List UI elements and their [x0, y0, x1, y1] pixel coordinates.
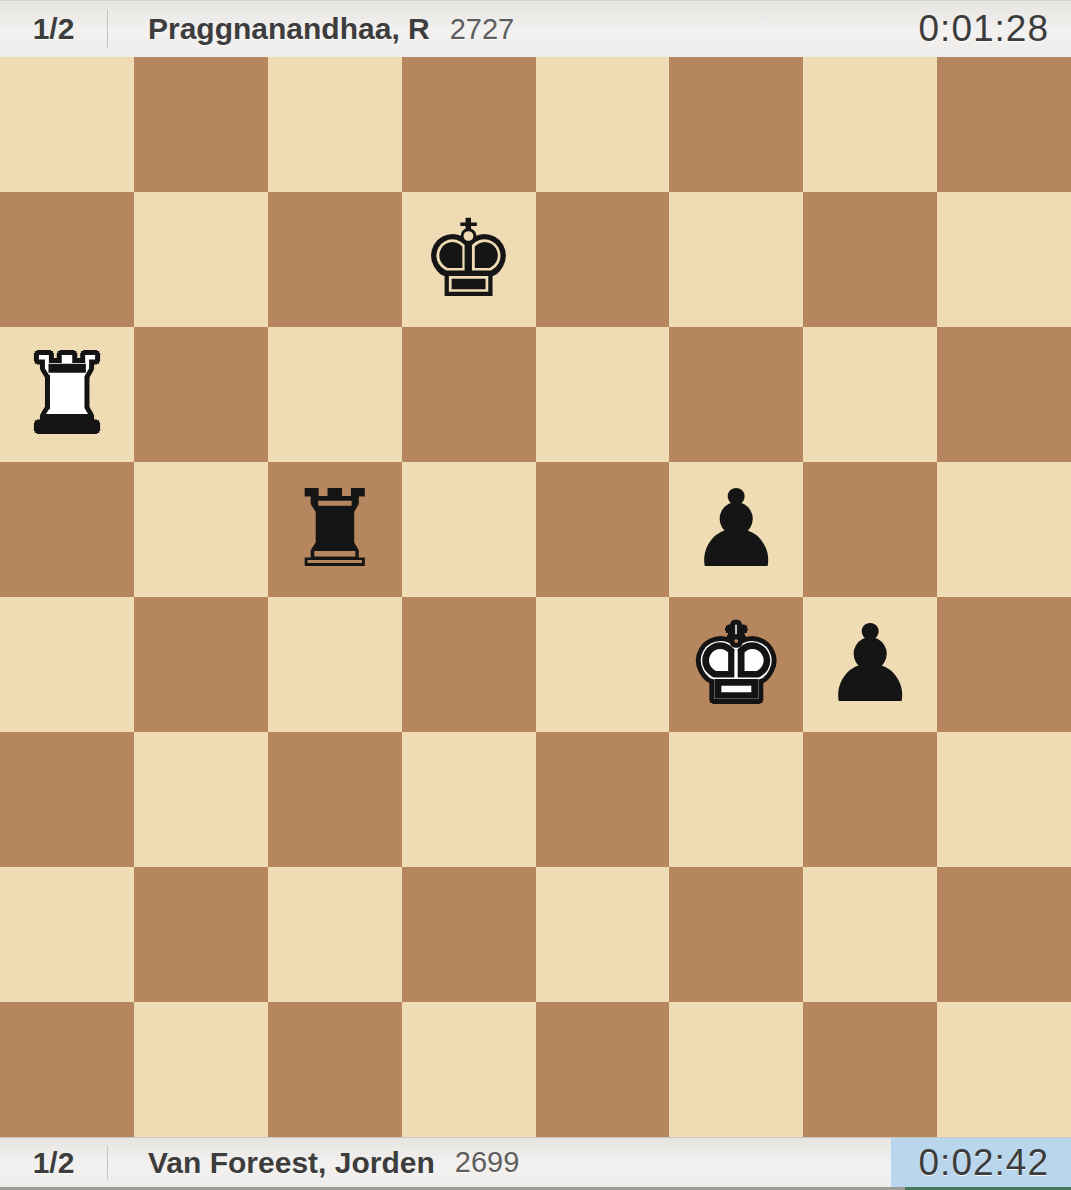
square-d5[interactable] [402, 462, 536, 597]
square-e1[interactable] [536, 1002, 670, 1137]
square-g2[interactable] [803, 867, 937, 1002]
bottom-player-rating: 2699 [455, 1146, 520, 1179]
top-player-bar: 1/2 Praggnanandhaa, R 2727 0:01:28 [0, 0, 1071, 57]
square-d6[interactable] [402, 327, 536, 462]
square-h2[interactable] [937, 867, 1071, 1002]
square-g3[interactable] [803, 732, 937, 867]
square-a3[interactable] [0, 732, 134, 867]
square-h1[interactable] [937, 1002, 1071, 1137]
square-h5[interactable] [937, 462, 1071, 597]
piece-black-pawn[interactable]: ♟ [688, 476, 784, 583]
square-e8[interactable] [536, 57, 670, 192]
square-g6[interactable] [803, 327, 937, 462]
square-e4[interactable] [536, 597, 670, 732]
square-a8[interactable] [0, 57, 134, 192]
square-f4[interactable]: ♚ [669, 597, 803, 732]
square-g4[interactable]: ♟ [803, 597, 937, 732]
piece-black-rook[interactable]: ♜ [287, 476, 383, 583]
square-e7[interactable] [536, 192, 670, 327]
piece-white-rook[interactable]: ♜ [19, 341, 115, 448]
top-bar-separator [107, 10, 108, 48]
square-b6[interactable] [134, 327, 268, 462]
square-c7[interactable] [268, 192, 402, 327]
bottom-bar-separator [107, 1146, 108, 1179]
square-g8[interactable] [803, 57, 937, 192]
top-player-clock: 0:01:28 [891, 1, 1071, 57]
piece-black-king[interactable]: ♚ [421, 206, 517, 313]
square-f3[interactable] [669, 732, 803, 867]
square-d2[interactable] [402, 867, 536, 1002]
square-f6[interactable] [669, 327, 803, 462]
square-d7[interactable]: ♚ [402, 192, 536, 327]
square-b4[interactable] [134, 597, 268, 732]
piece-white-king[interactable]: ♚ [688, 611, 784, 718]
square-h4[interactable] [937, 597, 1071, 732]
bottom-player-name: Van Foreest, Jorden [148, 1146, 435, 1180]
square-d8[interactable] [402, 57, 536, 192]
square-e6[interactable] [536, 327, 670, 462]
bottom-player-clock: 0:02:42 [891, 1138, 1071, 1187]
top-player-score: 1/2 [0, 1, 107, 57]
square-h3[interactable] [937, 732, 1071, 867]
square-c8[interactable] [268, 57, 402, 192]
square-b5[interactable] [134, 462, 268, 597]
square-f5[interactable]: ♟ [669, 462, 803, 597]
square-c2[interactable] [268, 867, 402, 1002]
square-e5[interactable] [536, 462, 670, 597]
square-b2[interactable] [134, 867, 268, 1002]
square-d3[interactable] [402, 732, 536, 867]
square-d1[interactable] [402, 1002, 536, 1137]
square-e2[interactable] [536, 867, 670, 1002]
bottom-player-score: 1/2 [0, 1138, 107, 1187]
square-d4[interactable] [402, 597, 536, 732]
square-a5[interactable] [0, 462, 134, 597]
square-b7[interactable] [134, 192, 268, 327]
square-g1[interactable] [803, 1002, 937, 1137]
square-a7[interactable] [0, 192, 134, 327]
square-c5[interactable]: ♜ [268, 462, 402, 597]
bottom-bar-spacer [519, 1138, 890, 1187]
chess-game-app: 1/2 Praggnanandhaa, R 2727 0:01:28 ♚♜♜♟♚… [0, 0, 1071, 1190]
top-bar-spacer [514, 1, 890, 57]
square-a2[interactable] [0, 867, 134, 1002]
square-e3[interactable] [536, 732, 670, 867]
square-h8[interactable] [937, 57, 1071, 192]
chess-board: ♚♜♜♟♚♟ [0, 57, 1071, 1137]
top-player-name: Praggnanandhaa, R [148, 12, 430, 46]
square-c4[interactable] [268, 597, 402, 732]
square-b1[interactable] [134, 1002, 268, 1137]
square-g5[interactable] [803, 462, 937, 597]
square-a1[interactable] [0, 1002, 134, 1137]
square-f7[interactable] [669, 192, 803, 327]
square-a6[interactable]: ♜ [0, 327, 134, 462]
bottom-player-bar: 1/2 Van Foreest, Jorden 2699 0:02:42 [0, 1137, 1071, 1187]
square-h7[interactable] [937, 192, 1071, 327]
square-f8[interactable] [669, 57, 803, 192]
square-f2[interactable] [669, 867, 803, 1002]
square-b3[interactable] [134, 732, 268, 867]
square-h6[interactable] [937, 327, 1071, 462]
square-f1[interactable] [669, 1002, 803, 1137]
piece-black-pawn[interactable]: ♟ [822, 611, 918, 718]
square-c3[interactable] [268, 732, 402, 867]
square-g7[interactable] [803, 192, 937, 327]
square-c6[interactable] [268, 327, 402, 462]
square-c1[interactable] [268, 1002, 402, 1137]
square-a4[interactable] [0, 597, 134, 732]
top-player-rating: 2727 [450, 13, 515, 46]
square-b8[interactable] [134, 57, 268, 192]
